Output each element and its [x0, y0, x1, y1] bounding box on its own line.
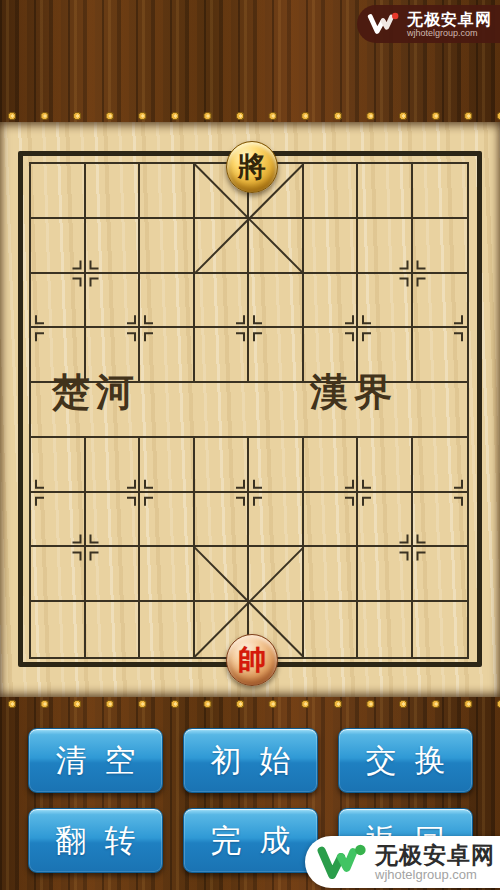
- pieces-layer: 將帥: [31, 164, 467, 657]
- initial-button[interactable]: 初始: [183, 728, 318, 793]
- swap-button[interactable]: 交换: [338, 728, 473, 793]
- board-panel: 楚河 漢界 將帥: [0, 122, 500, 697]
- clear-button[interactable]: 清空: [28, 728, 163, 793]
- watermark-title: 无极安卓网: [407, 11, 492, 28]
- button-row-1: 清空 初始 交换: [28, 728, 473, 793]
- app-screen: 楚河 漢界 將帥 清空 初始 交换 翻转 完成 返回 无极安卓网 wjhotel…: [0, 0, 500, 890]
- piece-black-general[interactable]: 將: [226, 141, 278, 193]
- rivet-strip-top: [5, 109, 500, 123]
- watermark-title: 无极安卓网: [375, 843, 495, 867]
- watermark-top-text: 无极安卓网 wjhotelgroup.com: [407, 11, 492, 38]
- done-button[interactable]: 完成: [183, 808, 318, 873]
- flip-button[interactable]: 翻转: [28, 808, 163, 873]
- w-logo-icon: [315, 841, 367, 883]
- watermark-bottom: 无极安卓网 wjhotelgroup.com: [305, 836, 500, 888]
- watermark-subtitle: wjhotelgroup.com: [375, 867, 495, 882]
- w-logo-icon: [366, 10, 400, 38]
- rivet-strip-bottom: [5, 697, 500, 711]
- watermark-top: 无极安卓网 wjhotelgroup.com: [357, 5, 500, 43]
- watermark-bottom-text: 无极安卓网 wjhotelgroup.com: [375, 843, 495, 882]
- watermark-subtitle: wjhotelgroup.com: [407, 28, 492, 38]
- piece-red-general[interactable]: 帥: [226, 634, 278, 686]
